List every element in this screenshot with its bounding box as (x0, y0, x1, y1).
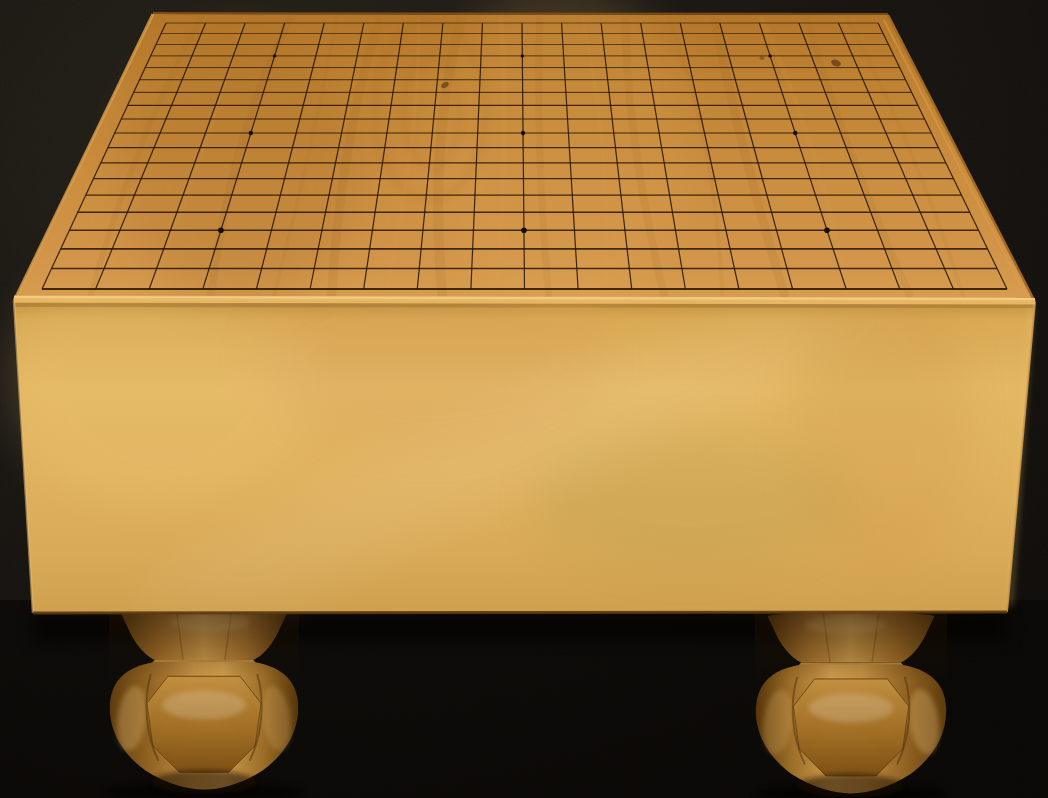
hoshi-star-point (521, 227, 527, 233)
hoshi-star-point (273, 54, 276, 57)
far-edge (153, 13, 888, 14)
hoshi-star-point (793, 131, 797, 135)
goban-photo (0, 0, 1048, 798)
hoshi-star-point (521, 131, 525, 135)
hoshi-star-point (218, 227, 224, 233)
photo-stage (0, 0, 1048, 798)
hoshi-star-point (824, 227, 830, 233)
hoshi-star-point (768, 54, 771, 57)
board-top-face (14, 0, 1035, 320)
hoshi-star-point (249, 131, 253, 135)
hoshi-star-point (521, 54, 524, 57)
wood-knot (759, 56, 764, 60)
